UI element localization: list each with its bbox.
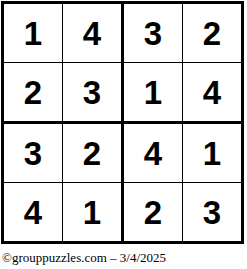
- sudoku-board: 1 4 3 2 2 3 1 4 3 2 4 1 4 1 2 3: [1, 1, 244, 244]
- cell-r4c2: 1: [63, 183, 121, 241]
- cell-r2c3: 1: [124, 63, 182, 121]
- cell-r1c2: 4: [63, 4, 121, 62]
- cell-r4c1: 4: [4, 183, 62, 241]
- cell-r2c4: 4: [183, 63, 241, 121]
- cell-r1c1: 1: [4, 4, 62, 62]
- cell-r3c1: 3: [4, 124, 62, 182]
- cell-r1c3: 3: [124, 4, 182, 62]
- cell-r4c4: 3: [183, 183, 241, 241]
- sudoku-page: 1 4 3 2 2 3 1 4 3 2 4 1 4 1 2 3 ©grouppu…: [0, 0, 247, 269]
- cell-r4c3: 2: [124, 183, 182, 241]
- cell-r3c2: 2: [63, 124, 121, 182]
- credit-text: ©grouppuzzles.com – 3/4/2025: [2, 250, 166, 266]
- cell-r1c4: 2: [183, 4, 241, 62]
- cell-r3c3: 4: [124, 124, 182, 182]
- cell-r2c1: 2: [4, 63, 62, 121]
- cell-r3c4: 1: [183, 124, 241, 182]
- cell-r2c2: 3: [63, 63, 121, 121]
